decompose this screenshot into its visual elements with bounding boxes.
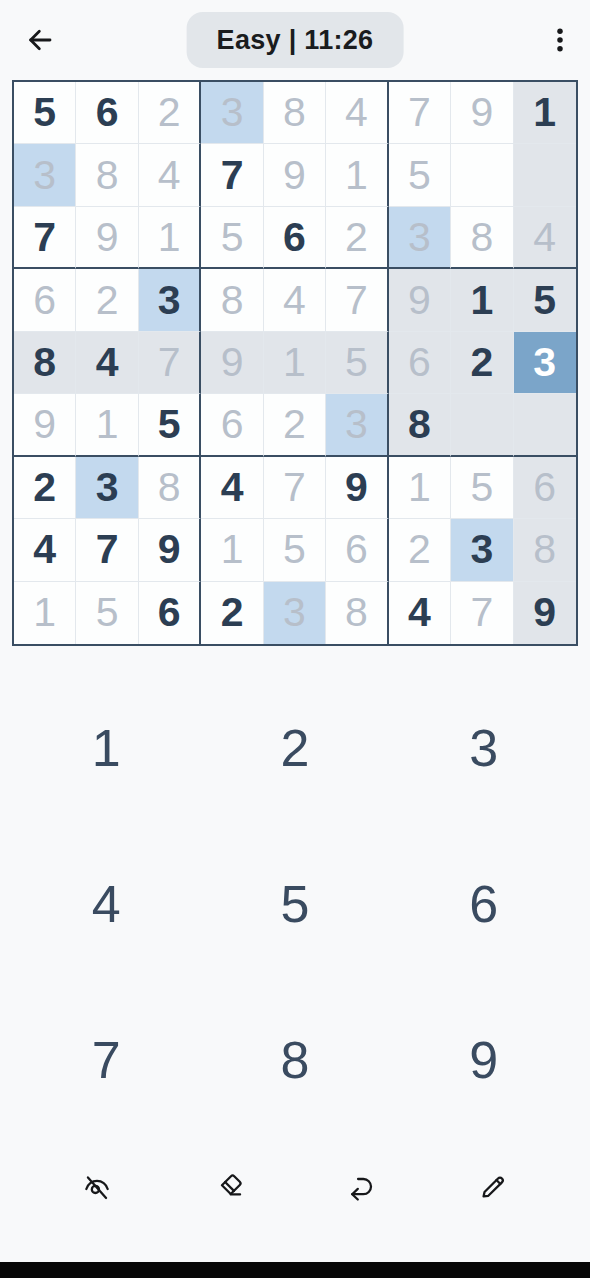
cell-r7c9[interactable]: 6 xyxy=(514,457,576,519)
cell-r3c1[interactable]: 7 xyxy=(14,207,76,269)
cell-r7c3[interactable]: 8 xyxy=(139,457,201,519)
eraser-button[interactable] xyxy=(163,1156,295,1218)
cell-r5c3[interactable]: 7 xyxy=(139,332,201,394)
numpad-9[interactable]: 9 xyxy=(389,982,578,1138)
cell-r9c4[interactable]: 2 xyxy=(201,582,263,644)
cell-r4c7[interactable]: 9 xyxy=(389,269,451,331)
cell-r9c7[interactable]: 4 xyxy=(389,582,451,644)
cell-r1c5[interactable]: 8 xyxy=(264,82,326,144)
cell-r1c9[interactable]: 1 xyxy=(514,82,576,144)
cell-r4c6[interactable]: 7 xyxy=(326,269,388,331)
cell-r2c9[interactable] xyxy=(514,144,576,206)
cell-r6c3[interactable]: 5 xyxy=(139,394,201,456)
cell-r9c8[interactable]: 7 xyxy=(451,582,513,644)
cell-r4c4[interactable]: 8 xyxy=(201,269,263,331)
cell-r2c7[interactable]: 5 xyxy=(389,144,451,206)
cell-r5c9[interactable]: 3 xyxy=(514,332,576,394)
pencil-icon xyxy=(477,1171,509,1203)
numpad-7[interactable]: 7 xyxy=(12,982,201,1138)
cell-r8c3[interactable]: 9 xyxy=(139,519,201,581)
cell-r2c8[interactable] xyxy=(451,144,513,206)
gesture-nav-bar xyxy=(0,1262,590,1278)
cell-r2c1[interactable]: 3 xyxy=(14,144,76,206)
cell-r1c8[interactable]: 9 xyxy=(451,82,513,144)
cell-r8c8[interactable]: 3 xyxy=(451,519,513,581)
cell-r7c6[interactable]: 9 xyxy=(326,457,388,519)
kebab-menu-icon xyxy=(545,25,575,55)
arrow-left-icon xyxy=(24,24,56,56)
cell-r3c7[interactable]: 3 xyxy=(389,207,451,269)
numpad-3[interactable]: 3 xyxy=(389,670,578,826)
cell-r9c2[interactable]: 5 xyxy=(76,582,138,644)
cell-r4c8[interactable]: 1 xyxy=(451,269,513,331)
cell-r3c2[interactable]: 9 xyxy=(76,207,138,269)
cell-r2c5[interactable]: 9 xyxy=(264,144,326,206)
cell-r5c5[interactable]: 1 xyxy=(264,332,326,394)
number-pad: 1 2 3 4 5 6 7 8 9 xyxy=(12,670,578,1138)
cell-r4c3[interactable]: 3 xyxy=(139,269,201,331)
undo-button[interactable] xyxy=(295,1156,427,1218)
cell-r7c4[interactable]: 4 xyxy=(201,457,263,519)
cell-r6c8[interactable] xyxy=(451,394,513,456)
cell-r2c3[interactable]: 4 xyxy=(139,144,201,206)
cell-r5c4[interactable]: 9 xyxy=(201,332,263,394)
cell-r8c9[interactable]: 8 xyxy=(514,519,576,581)
cell-r1c6[interactable]: 4 xyxy=(326,82,388,144)
cell-r3c3[interactable]: 1 xyxy=(139,207,201,269)
cell-r3c8[interactable]: 8 xyxy=(451,207,513,269)
cell-r2c4[interactable]: 7 xyxy=(201,144,263,206)
cell-r6c1[interactable]: 9 xyxy=(14,394,76,456)
cell-r9c5[interactable]: 3 xyxy=(264,582,326,644)
cell-r4c9[interactable]: 5 xyxy=(514,269,576,331)
cell-r5c7[interactable]: 6 xyxy=(389,332,451,394)
menu-button[interactable] xyxy=(542,22,578,58)
undo-icon xyxy=(345,1171,377,1203)
cell-r7c8[interactable]: 5 xyxy=(451,457,513,519)
cell-r1c2[interactable]: 6 xyxy=(76,82,138,144)
cell-r4c1[interactable]: 6 xyxy=(14,269,76,331)
cell-r2c2[interactable]: 8 xyxy=(76,144,138,206)
top-bar: Easy | 11:26 xyxy=(0,0,590,80)
cell-r3c9[interactable]: 4 xyxy=(514,207,576,269)
numpad-1[interactable]: 1 xyxy=(12,670,201,826)
numpad-4[interactable]: 4 xyxy=(12,826,201,982)
numpad-8[interactable]: 8 xyxy=(201,982,390,1138)
sudoku-board: 5623847913847915791562384623847915847915… xyxy=(12,80,578,646)
cell-r7c1[interactable]: 2 xyxy=(14,457,76,519)
cell-r5c6[interactable]: 5 xyxy=(326,332,388,394)
back-button[interactable] xyxy=(22,22,58,58)
cell-r8c7[interactable]: 2 xyxy=(389,519,451,581)
cell-r3c4[interactable]: 5 xyxy=(201,207,263,269)
cell-r1c7[interactable]: 7 xyxy=(389,82,451,144)
numpad-6[interactable]: 6 xyxy=(389,826,578,982)
notes-button[interactable] xyxy=(427,1156,559,1218)
cell-r3c6[interactable]: 2 xyxy=(326,207,388,269)
cell-r6c5[interactable]: 2 xyxy=(264,394,326,456)
cell-r6c9[interactable] xyxy=(514,394,576,456)
cell-r5c8[interactable]: 2 xyxy=(451,332,513,394)
cell-r9c6[interactable]: 8 xyxy=(326,582,388,644)
eye-off-icon xyxy=(81,1171,113,1203)
numpad-2[interactable]: 2 xyxy=(201,670,390,826)
hide-hints-button[interactable] xyxy=(31,1156,163,1218)
cell-r8c5[interactable]: 5 xyxy=(264,519,326,581)
cell-r7c2[interactable]: 3 xyxy=(76,457,138,519)
cell-r8c6[interactable]: 6 xyxy=(326,519,388,581)
bottom-toolbar xyxy=(31,1156,559,1218)
cell-r4c2[interactable]: 2 xyxy=(76,269,138,331)
cell-r7c5[interactable]: 7 xyxy=(264,457,326,519)
cell-r1c3[interactable]: 2 xyxy=(139,82,201,144)
game-status-pill: Easy | 11:26 xyxy=(187,12,404,68)
cell-r6c7[interactable]: 8 xyxy=(389,394,451,456)
cell-r5c1[interactable]: 8 xyxy=(14,332,76,394)
cell-r8c2[interactable]: 7 xyxy=(76,519,138,581)
cell-r2c6[interactable]: 1 xyxy=(326,144,388,206)
cell-r9c9[interactable]: 9 xyxy=(514,582,576,644)
cell-r1c4[interactable]: 3 xyxy=(201,82,263,144)
cell-r3c5[interactable]: 6 xyxy=(264,207,326,269)
eraser-icon xyxy=(213,1171,245,1203)
difficulty-timer-label: Easy | 11:26 xyxy=(217,25,374,56)
cell-r6c2[interactable]: 1 xyxy=(76,394,138,456)
cell-r9c3[interactable]: 6 xyxy=(139,582,201,644)
cell-r1c1[interactable]: 5 xyxy=(14,82,76,144)
cell-r6c6[interactable]: 3 xyxy=(326,394,388,456)
cell-r8c1[interactable]: 4 xyxy=(14,519,76,581)
cell-r8c4[interactable]: 1 xyxy=(201,519,263,581)
cell-r9c1[interactable]: 1 xyxy=(14,582,76,644)
numpad-5[interactable]: 5 xyxy=(201,826,390,982)
cell-r6c4[interactable]: 6 xyxy=(201,394,263,456)
cell-r4c5[interactable]: 4 xyxy=(264,269,326,331)
cell-r5c2[interactable]: 4 xyxy=(76,332,138,394)
cell-r7c7[interactable]: 1 xyxy=(389,457,451,519)
